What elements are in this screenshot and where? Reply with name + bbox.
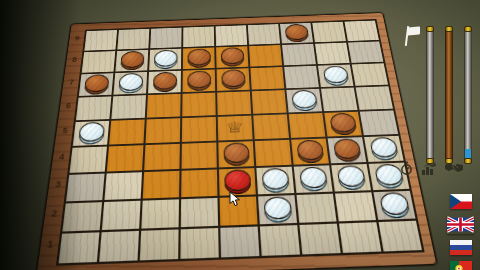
square-f6[interactable]: [252, 90, 287, 114]
row-label-8: 8: [69, 55, 80, 63]
row-label-9: 9: [72, 34, 83, 42]
language-flag-portuguese[interactable]: [450, 261, 472, 270]
square-d9[interactable]: [183, 26, 214, 47]
square-d6[interactable]: [182, 93, 215, 117]
piece-brown-b8[interactable]: [120, 51, 144, 68]
square-b9[interactable]: [117, 29, 149, 50]
piece-white-i4[interactable]: [369, 137, 398, 158]
board-frame: 987654321 ♕: [35, 12, 438, 270]
piece-white-b7[interactable]: [118, 73, 143, 91]
square-d4[interactable]: [182, 143, 217, 169]
square-c7[interactable]: [148, 71, 181, 94]
square-i6[interactable]: [356, 86, 393, 110]
square-f5[interactable]: [253, 114, 289, 139]
stopwatch-icon[interactable]: [399, 161, 414, 176]
square-b5[interactable]: [109, 120, 145, 145]
mouse-cursor-icon: [229, 191, 241, 212]
square-g2[interactable]: [297, 194, 337, 223]
square-f9[interactable]: [248, 24, 280, 45]
square-d2[interactable]: [181, 198, 218, 227]
square-g6[interactable]: [286, 89, 322, 113]
row-label-1: 1: [43, 238, 57, 250]
square-h8[interactable]: [315, 43, 350, 64]
row-label-4: 4: [56, 152, 68, 162]
square-h4[interactable]: [328, 137, 367, 163]
language-list: [450, 194, 474, 270]
piece-red-e3[interactable]: [224, 169, 251, 191]
square-g8[interactable]: [282, 44, 316, 66]
square-e6[interactable]: [217, 91, 251, 115]
row-label-5: 5: [59, 126, 71, 136]
square-a1[interactable]: [58, 232, 99, 263]
square-i7[interactable]: [352, 63, 388, 85]
square-c2[interactable]: [141, 199, 179, 228]
square-b7[interactable]: [113, 72, 147, 95]
square-e5[interactable]: ♕: [218, 116, 253, 141]
piece-brown-g9[interactable]: [284, 24, 308, 40]
square-f7[interactable]: [250, 67, 284, 90]
square-c3[interactable]: [143, 171, 180, 199]
square-h3[interactable]: [331, 164, 371, 192]
bar-left[interactable]: [426, 27, 434, 163]
bar-middle[interactable]: [445, 27, 453, 163]
statistics-icon[interactable]: [421, 161, 437, 176]
bar-right-marker: [465, 149, 471, 158]
square-h9[interactable]: [312, 22, 346, 43]
piece-brown-d7[interactable]: [187, 70, 211, 88]
surrender-flag-icon[interactable]: [402, 24, 422, 48]
square-g9[interactable]: [280, 23, 313, 44]
language-flag-russian[interactable]: [450, 240, 472, 255]
square-b8[interactable]: [115, 50, 148, 72]
piece-white-g6[interactable]: [291, 90, 317, 109]
piece-brown-e4[interactable]: [223, 142, 249, 163]
square-i5[interactable]: [360, 110, 398, 135]
piece-brown-e8[interactable]: [220, 47, 244, 64]
piece-white-g3[interactable]: [299, 167, 328, 189]
handshake-icon[interactable]: [444, 161, 464, 176]
square-f3[interactable]: [256, 167, 294, 195]
piece-white-h3[interactable]: [336, 165, 365, 187]
square-g4[interactable]: [291, 138, 329, 164]
square-a5[interactable]: [73, 121, 109, 146]
square-f1[interactable]: [260, 225, 300, 256]
square-h5[interactable]: [324, 112, 362, 137]
square-g5[interactable]: [289, 113, 326, 138]
square-h2[interactable]: [335, 192, 376, 221]
piece-white-f2[interactable]: [263, 196, 292, 219]
square-i1[interactable]: [379, 221, 422, 252]
piece-white-h7[interactable]: [322, 65, 348, 83]
action-icons: [399, 161, 464, 176]
piece-brown-g4[interactable]: [296, 140, 324, 161]
piece-brown-c7[interactable]: [152, 72, 176, 90]
square-g7[interactable]: [284, 66, 319, 89]
square-i9[interactable]: [344, 21, 378, 41]
square-b1[interactable]: [99, 231, 139, 262]
square-a9[interactable]: [84, 30, 117, 51]
piece-white-i2[interactable]: [378, 192, 409, 215]
square-d7[interactable]: [183, 69, 216, 92]
square-c9[interactable]: [150, 28, 181, 49]
square-a8[interactable]: [82, 51, 116, 73]
square-a6[interactable]: [76, 96, 111, 120]
piece-brown-d8[interactable]: [187, 48, 210, 65]
board-grid: ♕: [56, 19, 425, 266]
square-a2[interactable]: [62, 202, 102, 231]
piece-white-f3[interactable]: [261, 168, 289, 190]
square-b4[interactable]: [107, 145, 144, 171]
square-h6[interactable]: [321, 88, 357, 112]
piece-brown-a7[interactable]: [84, 74, 110, 92]
piece-brown-h4[interactable]: [332, 138, 361, 159]
square-g1[interactable]: [299, 224, 340, 255]
row-label-7: 7: [66, 78, 77, 87]
square-g3[interactable]: [294, 165, 333, 193]
row-label-3: 3: [52, 179, 65, 190]
square-a4[interactable]: [69, 147, 106, 173]
game-scene: 987654321 ♕: [0, 0, 480, 270]
square-d8[interactable]: [183, 47, 215, 69]
square-a3[interactable]: [66, 174, 105, 202]
game-board: 987654321 ♕: [35, 12, 438, 270]
square-a7[interactable]: [79, 73, 114, 96]
square-b2[interactable]: [102, 201, 141, 230]
piece-white-c8[interactable]: [153, 50, 177, 67]
square-c6[interactable]: [147, 94, 181, 118]
square-i4[interactable]: [364, 136, 404, 162]
square-f8[interactable]: [249, 45, 282, 67]
square-h7[interactable]: [318, 65, 353, 88]
square-e7[interactable]: [217, 68, 250, 91]
language-flag-czech[interactable]: [450, 194, 472, 209]
square-e4[interactable]: [218, 141, 254, 167]
square-f2[interactable]: [258, 195, 297, 224]
square-f4[interactable]: [255, 140, 292, 166]
row-label-6: 6: [63, 101, 75, 110]
piece-brown-h5[interactable]: [329, 113, 357, 133]
square-c1[interactable]: [140, 229, 179, 260]
square-d3[interactable]: [181, 169, 217, 197]
square-e9[interactable]: [216, 25, 248, 46]
square-i2[interactable]: [373, 191, 415, 220]
flag-cloth: [407, 26, 420, 35]
language-flag-english[interactable]: [447, 215, 474, 234]
square-d1[interactable]: [180, 228, 218, 259]
bar-right[interactable]: [464, 27, 472, 163]
status-bars: [426, 27, 472, 163]
square-c5[interactable]: [146, 118, 181, 143]
square-h1[interactable]: [339, 222, 381, 253]
piece-brown-e7[interactable]: [221, 69, 245, 87]
square-i8[interactable]: [348, 41, 383, 62]
row-label-2: 2: [48, 208, 61, 219]
square-b3[interactable]: [104, 172, 142, 200]
square-e1[interactable]: [220, 227, 259, 258]
square-b6[interactable]: [111, 95, 146, 119]
throne-crown-icon: ♕: [212, 116, 259, 140]
piece-white-a5[interactable]: [78, 122, 105, 142]
square-e8[interactable]: [216, 46, 248, 68]
square-c8[interactable]: [149, 49, 181, 71]
square-c4[interactable]: [144, 144, 180, 170]
